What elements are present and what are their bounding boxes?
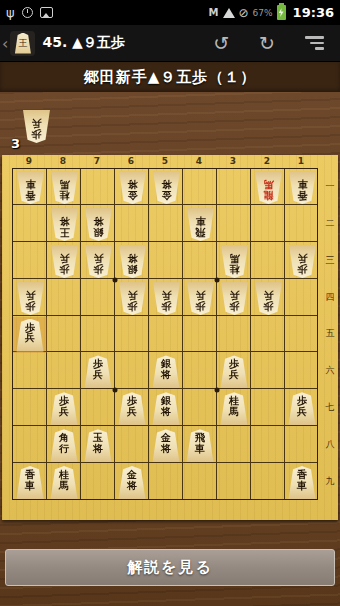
wifi-icon <box>223 8 235 18</box>
shogi-piece[interactable]: 桂馬 <box>220 392 249 425</box>
usb-icon: ψ <box>6 6 15 19</box>
shogi-piece[interactable]: 銀将 <box>118 245 147 278</box>
piece-kanji: 歩兵 <box>229 359 240 388</box>
rank-label: 七 <box>322 389 338 426</box>
piece-kanji: 香車 <box>25 171 36 200</box>
lesson-title: 郷田新手▲９五歩（１） <box>84 68 257 87</box>
shogi-piece[interactable]: 歩兵 <box>118 392 147 425</box>
alarm-icon <box>22 7 33 18</box>
file-labels: 987654321 <box>12 155 318 168</box>
star-point <box>113 277 118 282</box>
file-label: 9 <box>12 155 46 168</box>
shogi-piece[interactable]: 歩兵 <box>152 282 181 315</box>
piece-kanji: 香車 <box>25 470 36 499</box>
hand-piece-count: 3 <box>11 136 20 151</box>
piece-kanji: 歩兵 <box>93 245 104 274</box>
app-icon: 王 <box>10 31 35 56</box>
menu-icon[interactable] <box>305 36 324 50</box>
file-label: 3 <box>216 155 250 168</box>
star-point <box>215 388 220 393</box>
shogi-piece[interactable]: 香車 <box>16 171 45 204</box>
piece-kanji: 銀将 <box>93 208 104 237</box>
piece-kanji: 銀将 <box>127 245 138 274</box>
shogi-piece[interactable]: 香車 <box>16 466 45 499</box>
file-label: 2 <box>250 155 284 168</box>
lesson-title-bar: 郷田新手▲９五歩（１） <box>0 62 340 92</box>
piece-kanji: 歩兵 <box>25 323 36 352</box>
piece-kanji: 歩兵 <box>195 282 206 311</box>
shogi-piece[interactable]: 歩兵 <box>288 392 317 425</box>
rank-labels: 一二三四五六七八九 <box>322 168 338 500</box>
piece-kanji: 香車 <box>297 470 308 499</box>
board-grid[interactable]: 香車桂馬金将金将龍馬香車王将銀将飛車歩兵歩兵銀将桂馬歩兵歩兵歩兵歩兵歩兵歩兵歩兵… <box>12 168 318 500</box>
rank-label: 一 <box>322 168 338 205</box>
shogi-piece[interactable]: 桂馬 <box>50 466 79 499</box>
rank-label: 四 <box>322 279 338 316</box>
piece-kanji: 銀将 <box>161 359 172 388</box>
piece-kanji: 桂馬 <box>59 470 70 499</box>
file-label: 7 <box>80 155 114 168</box>
shogi-piece[interactable]: 金将 <box>118 171 147 204</box>
piece-kanji: 飛車 <box>195 433 206 462</box>
piece-kanji: 歩兵 <box>161 282 172 311</box>
piece-kanji: 歩兵 <box>229 282 240 311</box>
rank-label: 六 <box>322 352 338 389</box>
piece-kanji: 歩兵 <box>93 359 104 388</box>
rank-label: 五 <box>322 316 338 353</box>
rank-label: 八 <box>322 426 338 463</box>
shogi-piece[interactable]: 桂馬 <box>220 245 249 278</box>
hand-piece-pawn[interactable]: 歩兵 <box>22 110 51 143</box>
file-label: 8 <box>46 155 80 168</box>
rank-label: 三 <box>322 242 338 279</box>
battery-percent: 67% <box>253 8 273 18</box>
shogi-piece[interactable]: 銀将 <box>152 392 181 425</box>
shogi-piece[interactable]: 香車 <box>288 466 317 499</box>
star-point <box>215 277 220 282</box>
shogi-piece[interactable]: 飛車 <box>186 429 215 462</box>
shogi-piece[interactable]: 角行 <box>50 429 79 462</box>
screenshot-icon <box>40 7 53 18</box>
shogi-piece[interactable]: 銀将 <box>84 208 113 241</box>
rank-label: 二 <box>322 205 338 242</box>
piece-kanji: 歩兵 <box>297 245 308 274</box>
shogi-piece[interactable]: 王将 <box>50 208 79 241</box>
piece-kanji: 角行 <box>59 433 70 462</box>
piece-kanji: 歩兵 <box>59 245 70 274</box>
file-label: 5 <box>148 155 182 168</box>
piece-kanji: 桂馬 <box>229 396 240 425</box>
rank-label: 九 <box>322 463 338 500</box>
piece-kanji: 歩兵 <box>127 396 138 425</box>
file-label: 4 <box>182 155 216 168</box>
shogi-piece[interactable]: 歩兵 <box>118 282 147 315</box>
piece-kanji: 金将 <box>127 470 138 499</box>
piece-kanji: 飛車 <box>195 208 206 237</box>
shogi-piece[interactable]: 香車 <box>288 171 317 204</box>
redo-icon[interactable]: ↻ <box>259 34 275 53</box>
shogi-piece[interactable]: 歩兵 <box>16 282 45 315</box>
piece-kanji: 桂馬 <box>229 245 240 274</box>
shogi-piece[interactable]: 金将 <box>118 466 147 499</box>
star-point <box>113 388 118 393</box>
piece-kanji: 金将 <box>161 171 172 200</box>
piece-kanji: 龍馬 <box>263 171 274 200</box>
piece-kanji: 歩兵 <box>25 282 36 311</box>
undo-icon[interactable]: ↺ <box>213 34 229 53</box>
piece-kanji: 金将 <box>161 433 172 462</box>
piece-kanji: 香車 <box>297 171 308 200</box>
shogi-piece[interactable]: 歩兵 <box>84 355 113 388</box>
shogi-piece[interactable]: 歩兵 <box>220 282 249 315</box>
file-label: 6 <box>114 155 148 168</box>
clock-time: 19:36 <box>293 5 334 20</box>
back-chevron-icon[interactable]: ‹ <box>2 34 8 53</box>
shogi-piece[interactable]: 龍馬 <box>254 171 283 204</box>
shogi-board: 987654321 一二三四五六七八九 香車桂馬金将金将龍馬香車王将銀将飛車歩兵… <box>2 155 338 520</box>
shogi-piece[interactable]: 飛車 <box>186 208 215 241</box>
shogi-piece[interactable]: 桂馬 <box>50 171 79 204</box>
current-move-label: 45. ▲９五歩 <box>42 34 124 52</box>
shogi-piece[interactable]: 歩兵 <box>50 245 79 278</box>
piece-kanji: 王将 <box>59 208 70 237</box>
app-screen: ψ M ⊘ 67% 19:36 ‹ 王 45. ▲９五歩 ↺ ↻ 郷田新手▲９五… <box>0 0 340 606</box>
shogi-piece[interactable]: 玉将 <box>84 429 113 462</box>
network-type-icon: M <box>209 7 219 18</box>
file-label: 1 <box>284 155 318 168</box>
piece-kanji: 玉将 <box>93 433 104 462</box>
shogi-piece[interactable]: 金将 <box>152 171 181 204</box>
piece-kanji: 桂馬 <box>59 171 70 200</box>
game-area: 歩兵 3 987654321 一二三四五六七八九 香車桂馬金将金将龍馬香車王将銀… <box>0 92 340 606</box>
battery-charging-icon <box>277 5 286 20</box>
shogi-piece[interactable]: 歩兵 <box>254 282 283 315</box>
piece-kanji: 歩兵 <box>263 282 274 311</box>
shogi-piece[interactable]: 歩兵 <box>288 245 317 278</box>
shogi-piece[interactable]: 歩兵 <box>186 282 215 315</box>
no-signal-icon: ⊘ <box>239 6 249 20</box>
shogi-piece[interactable]: 歩兵 <box>50 392 79 425</box>
piece-kanji: 金将 <box>127 171 138 200</box>
view-commentary-button[interactable]: 解説を見る <box>5 549 335 586</box>
shogi-piece[interactable]: 歩兵 <box>84 245 113 278</box>
shogi-piece[interactable]: 銀将 <box>152 355 181 388</box>
status-bar: ψ M ⊘ 67% 19:36 <box>0 0 340 25</box>
shogi-piece[interactable]: 歩兵 <box>220 355 249 388</box>
shogi-piece-icon: 王 <box>14 33 31 54</box>
toolbar: ‹ 王 45. ▲９五歩 ↺ ↻ <box>0 25 340 62</box>
piece-kanji: 銀将 <box>161 396 172 425</box>
piece-kanji: 歩兵 <box>127 282 138 311</box>
piece-kanji: 歩兵 <box>59 396 70 425</box>
piece-kanji: 歩兵 <box>297 396 308 425</box>
shogi-piece[interactable]: 金将 <box>152 429 181 462</box>
